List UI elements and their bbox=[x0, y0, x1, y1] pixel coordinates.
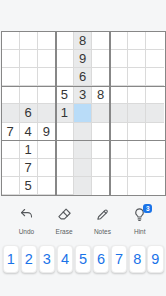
cell-r7c8[interactable] bbox=[128, 141, 146, 159]
cell-r1c8[interactable] bbox=[128, 32, 146, 50]
cell-r2c7[interactable] bbox=[110, 50, 128, 68]
hint-button[interactable]: 3 Hint bbox=[132, 207, 147, 235]
cell-r5c7[interactable] bbox=[110, 104, 128, 122]
pencil-icon bbox=[95, 207, 110, 225]
numpad-key-5[interactable]: 5 bbox=[75, 245, 92, 273]
cell-r9c9[interactable] bbox=[146, 177, 164, 195]
cell-r1c3[interactable] bbox=[38, 32, 56, 50]
cell-r5c9[interactable] bbox=[146, 104, 164, 122]
cell-r6c4[interactable] bbox=[56, 123, 74, 141]
cell-r4c1[interactable] bbox=[2, 86, 20, 104]
cell-r2c1[interactable] bbox=[2, 50, 20, 68]
cell-r1c9[interactable] bbox=[146, 32, 164, 50]
cell-r3c6[interactable] bbox=[92, 68, 110, 86]
cell-r7c9[interactable] bbox=[146, 141, 164, 159]
cell-r8c8[interactable] bbox=[128, 159, 146, 177]
numpad-key-8[interactable]: 8 bbox=[129, 245, 146, 273]
cell-r1c5[interactable]: 8 bbox=[74, 32, 92, 50]
cell-r2c6[interactable] bbox=[92, 50, 110, 68]
cell-r7c4[interactable] bbox=[56, 141, 74, 159]
cell-r1c1[interactable] bbox=[2, 32, 20, 50]
cell-r4c2[interactable] bbox=[20, 86, 38, 104]
cell-r8c6[interactable] bbox=[92, 159, 110, 177]
cell-r2c2[interactable] bbox=[20, 50, 38, 68]
cell-r9c1[interactable] bbox=[2, 177, 20, 195]
cell-r6c9[interactable] bbox=[146, 123, 164, 141]
cell-r3c8[interactable] bbox=[128, 68, 146, 86]
cell-r6c5[interactable] bbox=[74, 123, 92, 141]
cell-r4c4[interactable]: 5 bbox=[56, 86, 74, 104]
cell-r8c1[interactable] bbox=[2, 159, 20, 177]
cell-r1c4[interactable] bbox=[56, 32, 74, 50]
number-pad: 123456789 bbox=[0, 245, 166, 273]
cell-r3c1[interactable] bbox=[2, 68, 20, 86]
cell-r8c5[interactable] bbox=[74, 159, 92, 177]
undo-icon bbox=[19, 207, 34, 225]
cell-r9c7[interactable] bbox=[110, 177, 128, 195]
cell-r8c4[interactable] bbox=[56, 159, 74, 177]
cell-r9c6[interactable] bbox=[92, 177, 110, 195]
sudoku-board: 89653861749175 bbox=[1, 31, 166, 196]
numpad-key-4[interactable]: 4 bbox=[57, 245, 74, 273]
cell-r9c4[interactable] bbox=[56, 177, 74, 195]
cell-r3c7[interactable] bbox=[110, 68, 128, 86]
cell-r1c7[interactable] bbox=[110, 32, 128, 50]
cell-r3c2[interactable] bbox=[20, 68, 38, 86]
numpad-key-9[interactable]: 9 bbox=[147, 245, 164, 273]
cell-r5c2[interactable]: 6 bbox=[20, 104, 38, 122]
cell-r6c6[interactable] bbox=[92, 123, 110, 141]
toolbar: Undo Erase Notes bbox=[0, 207, 166, 235]
cell-r8c3[interactable] bbox=[38, 159, 56, 177]
cell-r9c8[interactable] bbox=[128, 177, 146, 195]
cell-r8c7[interactable] bbox=[110, 159, 128, 177]
cell-r2c8[interactable] bbox=[128, 50, 146, 68]
cell-r1c6[interactable] bbox=[92, 32, 110, 50]
cell-r7c2[interactable]: 1 bbox=[20, 141, 38, 159]
erase-label: Erase bbox=[56, 228, 73, 235]
cell-r3c3[interactable] bbox=[38, 68, 56, 86]
cell-r8c9[interactable] bbox=[146, 159, 164, 177]
sudoku-app: 89653861749175 Undo Erase bbox=[0, 31, 166, 273]
numpad-key-2[interactable]: 2 bbox=[21, 245, 38, 273]
numpad-key-7[interactable]: 7 bbox=[111, 245, 128, 273]
cell-r9c3[interactable] bbox=[38, 177, 56, 195]
cell-r4c9[interactable] bbox=[146, 86, 164, 104]
cell-r9c5[interactable] bbox=[74, 177, 92, 195]
cell-r8c2[interactable]: 7 bbox=[20, 159, 38, 177]
cell-r5c4[interactable]: 1 bbox=[56, 104, 74, 122]
cell-r5c6[interactable] bbox=[92, 104, 110, 122]
cell-r6c7[interactable] bbox=[110, 123, 128, 141]
cell-r2c5[interactable]: 9 bbox=[74, 50, 92, 68]
undo-button[interactable]: Undo bbox=[19, 207, 35, 235]
cell-r2c3[interactable] bbox=[38, 50, 56, 68]
cell-r5c5[interactable] bbox=[74, 104, 92, 122]
cell-r1c2[interactable] bbox=[20, 32, 38, 50]
undo-label: Undo bbox=[19, 228, 35, 235]
cell-r3c9[interactable] bbox=[146, 68, 164, 86]
eraser-icon bbox=[57, 207, 72, 225]
hint-label: Hint bbox=[134, 228, 146, 235]
cell-r5c3[interactable] bbox=[38, 104, 56, 122]
cell-r6c8[interactable] bbox=[128, 123, 146, 141]
hint-count-badge: 3 bbox=[143, 204, 152, 213]
cell-r3c5[interactable]: 6 bbox=[74, 68, 92, 86]
cell-r3c4[interactable] bbox=[56, 68, 74, 86]
cell-r4c3[interactable] bbox=[38, 86, 56, 104]
numpad-key-3[interactable]: 3 bbox=[39, 245, 56, 273]
notes-button[interactable]: Notes bbox=[94, 207, 111, 235]
notes-label: Notes bbox=[94, 228, 111, 235]
cell-r2c9[interactable] bbox=[146, 50, 164, 68]
cell-r6c2[interactable]: 4 bbox=[20, 123, 38, 141]
cell-r7c7[interactable] bbox=[110, 141, 128, 159]
cell-r9c2[interactable]: 5 bbox=[20, 177, 38, 195]
cell-r7c6[interactable] bbox=[92, 141, 110, 159]
cell-r4c8[interactable] bbox=[128, 86, 146, 104]
cell-r4c5[interactable]: 3 bbox=[74, 86, 92, 104]
cell-r6c1[interactable]: 7 bbox=[2, 123, 20, 141]
cell-r5c1[interactable] bbox=[2, 104, 20, 122]
cell-r4c7[interactable] bbox=[110, 86, 128, 104]
erase-button[interactable]: Erase bbox=[56, 207, 73, 235]
cell-r2c4[interactable] bbox=[56, 50, 74, 68]
cell-r4c6[interactable]: 8 bbox=[92, 86, 110, 104]
cell-r5c8[interactable] bbox=[128, 104, 146, 122]
cell-r7c5[interactable] bbox=[74, 141, 92, 159]
numpad-key-6[interactable]: 6 bbox=[93, 245, 110, 273]
cell-r7c1[interactable] bbox=[2, 141, 20, 159]
cell-r6c3[interactable]: 9 bbox=[38, 123, 56, 141]
numpad-key-1[interactable]: 1 bbox=[3, 245, 20, 273]
cell-r7c3[interactable] bbox=[38, 141, 56, 159]
